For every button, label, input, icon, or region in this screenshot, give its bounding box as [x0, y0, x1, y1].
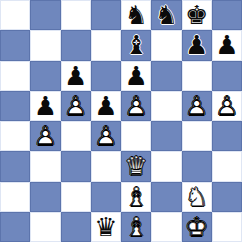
piece-glyph: ♝ — [121, 30, 151, 60]
square-d7[interactable] — [91, 30, 121, 60]
square-e3[interactable]: ♛♕ — [121, 151, 151, 181]
square-d1[interactable]: ♛ — [91, 212, 121, 242]
square-c1[interactable] — [61, 212, 91, 242]
square-d3[interactable] — [91, 151, 121, 181]
square-c2[interactable] — [61, 182, 91, 212]
piece-glyph: ♟ — [61, 61, 91, 91]
square-b3[interactable] — [30, 151, 60, 181]
square-c7[interactable] — [61, 30, 91, 60]
square-a8[interactable] — [0, 0, 30, 30]
square-e2[interactable]: ♝♗ — [121, 182, 151, 212]
square-e8[interactable]: ♞ — [121, 0, 151, 30]
white-king-piece[interactable]: ♚♔ — [182, 212, 212, 242]
square-c6[interactable]: ♟ — [61, 61, 91, 91]
square-h6[interactable] — [212, 61, 242, 91]
black-pawn-piece[interactable]: ♟ — [61, 61, 91, 91]
square-b6[interactable] — [30, 61, 60, 91]
square-h7[interactable]: ♟ — [212, 30, 242, 60]
square-f5[interactable] — [151, 91, 181, 121]
square-h1[interactable] — [212, 212, 242, 242]
square-a5[interactable] — [0, 91, 30, 121]
square-a4[interactable] — [0, 121, 30, 151]
square-e5[interactable]: ♟♙ — [121, 91, 151, 121]
piece-glyph: ♛ — [91, 212, 121, 242]
piece-outline-glyph: ♘ — [182, 182, 212, 212]
piece-outline-glyph: ♗ — [121, 212, 151, 242]
square-f7[interactable] — [151, 30, 181, 60]
square-d6[interactable] — [91, 61, 121, 91]
piece-glyph: ♟ — [30, 91, 60, 121]
square-a1[interactable] — [0, 212, 30, 242]
piece-outline-glyph: ♙ — [121, 91, 151, 121]
square-e4[interactable] — [121, 121, 151, 151]
square-e6[interactable]: ♟ — [121, 61, 151, 91]
square-b5[interactable]: ♟ — [30, 91, 60, 121]
square-c8[interactable] — [61, 0, 91, 30]
square-h8[interactable] — [212, 0, 242, 30]
white-queen-piece[interactable]: ♛♕ — [121, 151, 151, 181]
square-a6[interactable] — [0, 61, 30, 91]
square-h4[interactable] — [212, 121, 242, 151]
black-pawn-piece[interactable]: ♟ — [212, 30, 242, 60]
square-b4[interactable]: ♟♙ — [30, 121, 60, 151]
black-pawn-piece[interactable]: ♟ — [182, 30, 212, 60]
square-f8[interactable]: ♞ — [151, 0, 181, 30]
square-h2[interactable] — [212, 182, 242, 212]
square-g3[interactable] — [182, 151, 212, 181]
black-bishop-piece[interactable]: ♝ — [121, 30, 151, 60]
white-pawn-piece[interactable]: ♟♙ — [182, 91, 212, 121]
piece-outline-glyph: ♕ — [121, 151, 151, 181]
black-king-piece[interactable]: ♚ — [182, 0, 212, 30]
square-g7[interactable]: ♟ — [182, 30, 212, 60]
square-g6[interactable] — [182, 61, 212, 91]
white-pawn-piece[interactable]: ♟♙ — [212, 91, 242, 121]
piece-outline-glyph: ♙ — [61, 91, 91, 121]
square-g8[interactable]: ♚ — [182, 0, 212, 30]
square-b8[interactable] — [30, 0, 60, 30]
piece-glyph: ♞ — [151, 0, 181, 30]
piece-outline-glyph: ♙ — [30, 121, 60, 151]
black-pawn-piece[interactable]: ♟ — [91, 91, 121, 121]
black-pawn-piece[interactable]: ♟ — [30, 91, 60, 121]
square-g1[interactable]: ♚♔ — [182, 212, 212, 242]
square-h3[interactable] — [212, 151, 242, 181]
white-pawn-piece[interactable]: ♟♙ — [30, 121, 60, 151]
square-e7[interactable]: ♝ — [121, 30, 151, 60]
piece-glyph: ♚ — [182, 0, 212, 30]
chess-board: ♞♞♚♝♟♟♟♟♟♟♙♟♟♙♟♙♟♙♟♙♟♙♛♕♝♗♞♘♛♝♗♚♔ — [0, 0, 242, 242]
square-f2[interactable] — [151, 182, 181, 212]
square-c4[interactable] — [61, 121, 91, 151]
square-d8[interactable] — [91, 0, 121, 30]
square-f1[interactable] — [151, 212, 181, 242]
piece-outline-glyph: ♔ — [182, 212, 212, 242]
white-pawn-piece[interactable]: ♟♙ — [121, 91, 151, 121]
square-g4[interactable] — [182, 121, 212, 151]
black-knight-piece[interactable]: ♞ — [151, 0, 181, 30]
square-h5[interactable]: ♟♙ — [212, 91, 242, 121]
square-d5[interactable]: ♟ — [91, 91, 121, 121]
square-c5[interactable]: ♟♙ — [61, 91, 91, 121]
piece-glyph: ♞ — [121, 0, 151, 30]
piece-glyph: ♟ — [121, 61, 151, 91]
piece-glyph: ♟ — [182, 30, 212, 60]
white-bishop-piece[interactable]: ♝♗ — [121, 212, 151, 242]
square-a7[interactable] — [0, 30, 30, 60]
square-b2[interactable] — [30, 182, 60, 212]
piece-outline-glyph: ♙ — [182, 91, 212, 121]
square-b7[interactable] — [30, 30, 60, 60]
black-knight-piece[interactable]: ♞ — [121, 0, 151, 30]
square-f4[interactable] — [151, 121, 181, 151]
piece-outline-glyph: ♙ — [212, 91, 242, 121]
black-queen-piece[interactable]: ♛ — [91, 212, 121, 242]
square-f3[interactable] — [151, 151, 181, 181]
square-f6[interactable] — [151, 61, 181, 91]
square-b1[interactable] — [30, 212, 60, 242]
piece-outline-glyph: ♗ — [121, 182, 151, 212]
piece-outline-glyph: ♙ — [91, 121, 121, 151]
square-d4[interactable]: ♟♙ — [91, 121, 121, 151]
white-pawn-piece[interactable]: ♟♙ — [91, 121, 121, 151]
white-knight-piece[interactable]: ♞♘ — [182, 182, 212, 212]
white-pawn-piece[interactable]: ♟♙ — [61, 91, 91, 121]
chess-board-area: ♞♞♚♝♟♟♟♟♟♟♙♟♟♙♟♙♟♙♟♙♟♙♛♕♝♗♞♘♛♝♗♚♔ — [0, 0, 242, 242]
black-pawn-piece[interactable]: ♟ — [121, 61, 151, 91]
square-a3[interactable] — [0, 151, 30, 181]
square-a2[interactable] — [0, 182, 30, 212]
square-g5[interactable]: ♟♙ — [182, 91, 212, 121]
white-bishop-piece[interactable]: ♝♗ — [121, 182, 151, 212]
piece-glyph: ♟ — [91, 91, 121, 121]
square-d2[interactable] — [91, 182, 121, 212]
square-g2[interactable]: ♞♘ — [182, 182, 212, 212]
piece-glyph: ♟ — [212, 30, 242, 60]
square-c3[interactable] — [61, 151, 91, 181]
square-e1[interactable]: ♝♗ — [121, 212, 151, 242]
